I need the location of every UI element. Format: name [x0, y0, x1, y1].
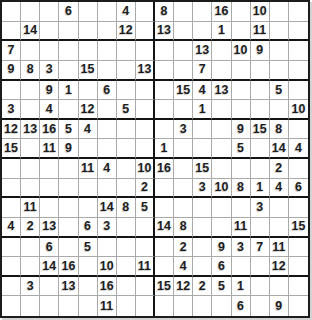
cell-r3c2[interactable]	[21, 41, 40, 61]
cell-r16c12[interactable]	[212, 296, 231, 316]
cell-r16c15[interactable]: 9	[270, 296, 289, 316]
cell-r13c5[interactable]: 5	[79, 238, 98, 258]
cell-r2c12[interactable]: 1	[212, 22, 231, 42]
cell-r5c1[interactable]	[2, 81, 21, 101]
cell-r6c3[interactable]: 4	[40, 100, 59, 120]
cell-r13c14[interactable]: 7	[251, 238, 270, 258]
cell-r3c11[interactable]: 13	[193, 41, 212, 61]
cell-r2c7[interactable]: 12	[117, 22, 136, 42]
cell-r10c10[interactable]	[174, 179, 193, 199]
cell-r15c8[interactable]	[136, 277, 155, 297]
cell-r9c4[interactable]	[59, 159, 78, 179]
cell-r8c10[interactable]	[174, 139, 193, 159]
cell-r1c9[interactable]: 8	[155, 2, 174, 22]
cell-r7c15[interactable]: 8	[270, 120, 289, 140]
cell-r8c2[interactable]	[21, 139, 40, 159]
cell-r1c6[interactable]	[98, 2, 117, 22]
cell-r9c7[interactable]	[117, 159, 136, 179]
cell-r10c2[interactable]	[21, 179, 40, 199]
cell-r2c1[interactable]	[2, 22, 21, 42]
cell-r5c2[interactable]	[21, 81, 40, 101]
cell-r7c7[interactable]	[117, 120, 136, 140]
cell-r7c16[interactable]	[289, 120, 308, 140]
cell-r15c3[interactable]	[40, 277, 59, 297]
cell-r15c10[interactable]: 12	[174, 277, 193, 297]
cell-r1c1[interactable]	[2, 2, 21, 22]
cell-r7c9[interactable]	[155, 120, 174, 140]
cell-r6c9[interactable]	[155, 100, 174, 120]
cell-r8c5[interactable]	[79, 139, 98, 159]
cell-r15c6[interactable]: 16	[98, 277, 117, 297]
cell-r14c8[interactable]: 11	[136, 257, 155, 277]
cell-r2c6[interactable]	[98, 22, 117, 42]
cell-r15c13[interactable]: 1	[232, 277, 251, 297]
cell-r14c5[interactable]	[79, 257, 98, 277]
cell-r10c15[interactable]: 4	[270, 179, 289, 199]
cell-r11c5[interactable]	[79, 198, 98, 218]
cell-r8c14[interactable]	[251, 139, 270, 159]
cell-r5c12[interactable]: 13	[212, 81, 231, 101]
cell-r5c6[interactable]: 6	[98, 81, 117, 101]
cell-r13c6[interactable]	[98, 238, 117, 258]
sudoku-board: 6481610141213111713109983151379161541353…	[0, 0, 310, 318]
cell-r15c5[interactable]	[79, 277, 98, 297]
cell-r13c4[interactable]	[59, 238, 78, 258]
cell-r10c9[interactable]	[155, 179, 174, 199]
cell-r12c3[interactable]: 13	[40, 218, 59, 238]
cell-r15c11[interactable]: 2	[193, 277, 212, 297]
cell-r13c1[interactable]	[2, 238, 21, 258]
cell-r8c8[interactable]	[136, 139, 155, 159]
cell-r4c10[interactable]	[174, 61, 193, 81]
cell-r15c7[interactable]	[117, 277, 136, 297]
cell-r7c10[interactable]: 3	[174, 120, 193, 140]
cell-r7c12[interactable]	[212, 120, 231, 140]
cell-r9c15[interactable]: 2	[270, 159, 289, 179]
cell-r13c10[interactable]: 2	[174, 238, 193, 258]
cell-r1c13[interactable]	[232, 2, 251, 22]
cell-r6c10[interactable]	[174, 100, 193, 120]
cell-r3c6[interactable]	[98, 41, 117, 61]
cell-r1c2[interactable]	[21, 2, 40, 22]
cell-r12c14[interactable]	[251, 218, 270, 238]
cell-r10c16[interactable]: 6	[289, 179, 308, 199]
cell-r3c12[interactable]	[212, 41, 231, 61]
cell-r16c7[interactable]	[117, 296, 136, 316]
cell-r6c4[interactable]	[59, 100, 78, 120]
cell-r16c8[interactable]	[136, 296, 155, 316]
cell-r4c1[interactable]: 9	[2, 61, 21, 81]
cell-r4c12[interactable]	[212, 61, 231, 81]
cell-r13c15[interactable]: 11	[270, 238, 289, 258]
cell-r11c8[interactable]: 5	[136, 198, 155, 218]
cell-r13c2[interactable]	[21, 238, 40, 258]
cell-r4c5[interactable]: 15	[79, 61, 98, 81]
cell-r8c1[interactable]: 15	[2, 139, 21, 159]
cell-r5c8[interactable]	[136, 81, 155, 101]
cell-r14c7[interactable]	[117, 257, 136, 277]
cell-r7c11[interactable]	[193, 120, 212, 140]
cell-r7c8[interactable]	[136, 120, 155, 140]
cell-r16c14[interactable]	[251, 296, 270, 316]
cell-r12c16[interactable]: 15	[289, 218, 308, 238]
cell-r1c7[interactable]: 4	[117, 2, 136, 22]
cell-r16c9[interactable]	[155, 296, 174, 316]
cell-r8c13[interactable]: 5	[232, 139, 251, 159]
cell-r12c11[interactable]	[193, 218, 212, 238]
cell-r15c16[interactable]	[289, 277, 308, 297]
cell-r3c4[interactable]	[59, 41, 78, 61]
cell-r14c13[interactable]	[232, 257, 251, 277]
cell-r8c4[interactable]: 9	[59, 139, 78, 159]
cell-r7c14[interactable]: 15	[251, 120, 270, 140]
cell-r5c16[interactable]	[289, 81, 308, 101]
cell-r9c5[interactable]: 11	[79, 159, 98, 179]
cell-r15c4[interactable]: 13	[59, 277, 78, 297]
cell-r8c12[interactable]	[212, 139, 231, 159]
cell-r2c4[interactable]	[59, 22, 78, 42]
cell-r14c11[interactable]	[193, 257, 212, 277]
cell-r3c1[interactable]: 7	[2, 41, 21, 61]
cell-r4c6[interactable]	[98, 61, 117, 81]
cell-r1c5[interactable]	[79, 2, 98, 22]
cell-r7c2[interactable]: 13	[21, 120, 40, 140]
cell-r12c1[interactable]: 4	[2, 218, 21, 238]
cell-r2c5[interactable]	[79, 22, 98, 42]
cell-r5c4[interactable]: 1	[59, 81, 78, 101]
cell-r15c9[interactable]: 15	[155, 277, 174, 297]
cell-r1c16[interactable]	[289, 2, 308, 22]
cell-r10c1[interactable]	[2, 179, 21, 199]
cell-r9c16[interactable]	[289, 159, 308, 179]
cell-r13c12[interactable]: 9	[212, 238, 231, 258]
cell-r7c3[interactable]: 16	[40, 120, 59, 140]
cell-r3c13[interactable]: 10	[232, 41, 251, 61]
cell-r14c6[interactable]: 10	[98, 257, 117, 277]
cell-r11c2[interactable]: 11	[21, 198, 40, 218]
cell-r10c6[interactable]	[98, 179, 117, 199]
cell-r5c9[interactable]	[155, 81, 174, 101]
cell-r3c14[interactable]: 9	[251, 41, 270, 61]
cell-r12c4[interactable]	[59, 218, 78, 238]
cell-r15c12[interactable]: 5	[212, 277, 231, 297]
cell-r8c7[interactable]	[117, 139, 136, 159]
cell-r8c3[interactable]: 11	[40, 139, 59, 159]
cell-r12c10[interactable]: 8	[174, 218, 193, 238]
cell-r8c6[interactable]	[98, 139, 117, 159]
cell-r1c15[interactable]	[270, 2, 289, 22]
cell-r9c13[interactable]	[232, 159, 251, 179]
cell-r16c16[interactable]	[289, 296, 308, 316]
cell-r11c4[interactable]	[59, 198, 78, 218]
cell-r6c5[interactable]: 12	[79, 100, 98, 120]
cell-r3c9[interactable]	[155, 41, 174, 61]
cell-r9c10[interactable]	[174, 159, 193, 179]
cell-r16c1[interactable]	[2, 296, 21, 316]
cell-r6c11[interactable]: 1	[193, 100, 212, 120]
cell-r2c8[interactable]	[136, 22, 155, 42]
cell-r3c10[interactable]	[174, 41, 193, 61]
cell-r1c8[interactable]	[136, 2, 155, 22]
cell-r16c4[interactable]	[59, 296, 78, 316]
cell-r2c2[interactable]: 14	[21, 22, 40, 42]
cell-r5c5[interactable]	[79, 81, 98, 101]
cell-r6c14[interactable]	[251, 100, 270, 120]
cell-r7c5[interactable]: 4	[79, 120, 98, 140]
cell-r4c9[interactable]	[155, 61, 174, 81]
cell-r9c3[interactable]	[40, 159, 59, 179]
cell-r12c9[interactable]: 14	[155, 218, 174, 238]
cell-r12c8[interactable]	[136, 218, 155, 238]
cell-r16c13[interactable]: 6	[232, 296, 251, 316]
cell-r1c10[interactable]	[174, 2, 193, 22]
cell-r1c3[interactable]	[40, 2, 59, 22]
cell-r14c15[interactable]: 12	[270, 257, 289, 277]
cell-r14c14[interactable]	[251, 257, 270, 277]
cell-r16c2[interactable]	[21, 296, 40, 316]
cell-r14c12[interactable]: 6	[212, 257, 231, 277]
cell-r6c12[interactable]	[212, 100, 231, 120]
cell-r3c16[interactable]	[289, 41, 308, 61]
cell-r6c2[interactable]	[21, 100, 40, 120]
cell-r10c8[interactable]: 2	[136, 179, 155, 199]
cell-r13c9[interactable]	[155, 238, 174, 258]
cell-r13c16[interactable]	[289, 238, 308, 258]
cell-r10c3[interactable]	[40, 179, 59, 199]
cell-r13c11[interactable]	[193, 238, 212, 258]
cell-r5c7[interactable]	[117, 81, 136, 101]
cell-r12c13[interactable]: 11	[232, 218, 251, 238]
cell-r1c12[interactable]: 16	[212, 2, 231, 22]
cell-r15c1[interactable]	[2, 277, 21, 297]
cell-r4c7[interactable]	[117, 61, 136, 81]
cell-r2c13[interactable]	[232, 22, 251, 42]
cell-r12c12[interactable]	[212, 218, 231, 238]
cell-r14c3[interactable]: 14	[40, 257, 59, 277]
cell-r4c3[interactable]: 3	[40, 61, 59, 81]
cell-r12c2[interactable]: 2	[21, 218, 40, 238]
cell-r4c16[interactable]	[289, 61, 308, 81]
sudoku-page: 6481610141213111713109983151379161541353…	[0, 0, 312, 320]
cell-r14c10[interactable]: 4	[174, 257, 193, 277]
cell-r5c11[interactable]: 4	[193, 81, 212, 101]
cell-r5c15[interactable]: 5	[270, 81, 289, 101]
cell-r3c8[interactable]	[136, 41, 155, 61]
cell-r14c16[interactable]	[289, 257, 308, 277]
cell-r9c6[interactable]: 4	[98, 159, 117, 179]
cell-r11c10[interactable]	[174, 198, 193, 218]
cell-r11c7[interactable]: 8	[117, 198, 136, 218]
cell-r14c9[interactable]	[155, 257, 174, 277]
cell-r7c4[interactable]: 5	[59, 120, 78, 140]
cell-r4c14[interactable]	[251, 61, 270, 81]
cell-r8c9[interactable]: 1	[155, 139, 174, 159]
cell-r10c12[interactable]: 10	[212, 179, 231, 199]
cell-r2c11[interactable]	[193, 22, 212, 42]
cell-r4c11[interactable]: 7	[193, 61, 212, 81]
cell-r6c13[interactable]	[232, 100, 251, 120]
cell-r15c15[interactable]	[270, 277, 289, 297]
cell-r13c8[interactable]	[136, 238, 155, 258]
cell-r2c10[interactable]	[174, 22, 193, 42]
cell-r4c4[interactable]	[59, 61, 78, 81]
cell-r10c5[interactable]	[79, 179, 98, 199]
cell-r15c2[interactable]: 3	[21, 277, 40, 297]
cell-r10c7[interactable]	[117, 179, 136, 199]
cell-r11c12[interactable]	[212, 198, 231, 218]
cell-r3c3[interactable]	[40, 41, 59, 61]
cell-r1c11[interactable]	[193, 2, 212, 22]
cell-r4c15[interactable]	[270, 61, 289, 81]
cell-r14c2[interactable]	[21, 257, 40, 277]
cell-r6c8[interactable]	[136, 100, 155, 120]
cell-r11c6[interactable]: 14	[98, 198, 117, 218]
cell-r7c13[interactable]: 9	[232, 120, 251, 140]
cell-r14c1[interactable]	[2, 257, 21, 277]
cell-r16c10[interactable]	[174, 296, 193, 316]
cell-r11c11[interactable]	[193, 198, 212, 218]
cell-r8c15[interactable]: 14	[270, 139, 289, 159]
cell-r12c7[interactable]	[117, 218, 136, 238]
cell-r16c6[interactable]: 11	[98, 296, 117, 316]
cell-r11c13[interactable]	[232, 198, 251, 218]
cell-r2c15[interactable]	[270, 22, 289, 42]
cell-r3c7[interactable]	[117, 41, 136, 61]
cell-r9c9[interactable]: 16	[155, 159, 174, 179]
cell-r5c14[interactable]	[251, 81, 270, 101]
cell-r10c13[interactable]: 8	[232, 179, 251, 199]
cell-r16c3[interactable]	[40, 296, 59, 316]
cell-r2c16[interactable]	[289, 22, 308, 42]
cell-r9c11[interactable]: 15	[193, 159, 212, 179]
cell-r11c14[interactable]: 3	[251, 198, 270, 218]
cell-r5c10[interactable]: 15	[174, 81, 193, 101]
cell-r14c4[interactable]: 16	[59, 257, 78, 277]
cell-r12c15[interactable]	[270, 218, 289, 238]
cell-r6c1[interactable]: 3	[2, 100, 21, 120]
cell-r6c16[interactable]: 10	[289, 100, 308, 120]
cell-r8c11[interactable]	[193, 139, 212, 159]
cell-r6c15[interactable]	[270, 100, 289, 120]
cell-r16c5[interactable]	[79, 296, 98, 316]
cell-r5c13[interactable]	[232, 81, 251, 101]
cell-r9c1[interactable]	[2, 159, 21, 179]
cell-r10c11[interactable]: 3	[193, 179, 212, 199]
cell-r6c6[interactable]	[98, 100, 117, 120]
cell-r7c1[interactable]: 12	[2, 120, 21, 140]
cell-r1c14[interactable]: 10	[251, 2, 270, 22]
cell-r13c7[interactable]	[117, 238, 136, 258]
cell-r4c8[interactable]: 13	[136, 61, 155, 81]
cell-r16c11[interactable]	[193, 296, 212, 316]
cell-r9c8[interactable]: 10	[136, 159, 155, 179]
cell-r2c3[interactable]	[40, 22, 59, 42]
cell-r9c2[interactable]	[21, 159, 40, 179]
cell-r11c15[interactable]	[270, 198, 289, 218]
cell-r4c13[interactable]	[232, 61, 251, 81]
cell-r13c13[interactable]: 3	[232, 238, 251, 258]
cell-r12c6[interactable]: 3	[98, 218, 117, 238]
cell-r4c2[interactable]: 8	[21, 61, 40, 81]
cell-r9c12[interactable]	[212, 159, 231, 179]
cell-r3c15[interactable]	[270, 41, 289, 61]
cell-r10c4[interactable]	[59, 179, 78, 199]
cell-r6c7[interactable]: 5	[117, 100, 136, 120]
cell-r9c14[interactable]	[251, 159, 270, 179]
cell-r11c9[interactable]	[155, 198, 174, 218]
cell-r1c4[interactable]: 6	[59, 2, 78, 22]
cell-r15c14[interactable]	[251, 277, 270, 297]
cell-r5c3[interactable]: 9	[40, 81, 59, 101]
cell-r11c3[interactable]	[40, 198, 59, 218]
cell-r3c5[interactable]	[79, 41, 98, 61]
cell-r2c14[interactable]: 11	[251, 22, 270, 42]
cell-r11c16[interactable]	[289, 198, 308, 218]
cell-r13c3[interactable]: 6	[40, 238, 59, 258]
cell-r8c16[interactable]: 4	[289, 139, 308, 159]
cell-r11c1[interactable]	[2, 198, 21, 218]
cell-r7c6[interactable]	[98, 120, 117, 140]
cell-r10c14[interactable]: 1	[251, 179, 270, 199]
cell-r2c9[interactable]: 13	[155, 22, 174, 42]
cell-r12c5[interactable]: 6	[79, 218, 98, 238]
